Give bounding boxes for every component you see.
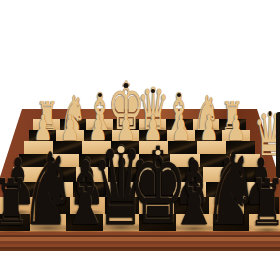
finial-dark	[268, 111, 271, 116]
finial-dark	[98, 93, 102, 97]
piece-black-rook-a8: ♜	[250, 179, 280, 229]
finial-light	[155, 150, 160, 155]
finial-dark	[124, 83, 129, 88]
finial-dark	[177, 93, 181, 97]
chess-set-photo: ♜♞♝♚♛♝♞♜♟♟♟♟♟♟♟♟♟♟♟♟♟♟♟♟♜♞♝♛♚♝♞♜ ♛	[0, 0, 280, 280]
finial-light	[118, 146, 125, 153]
clipped-dark-piece	[276, 112, 280, 178]
square-b8: ♞	[213, 214, 250, 232]
finial-dark	[151, 89, 155, 93]
square-a8: ♜	[249, 214, 280, 232]
board-rank-8: ♜♞♝♛♚♝♞♜	[0, 214, 280, 232]
